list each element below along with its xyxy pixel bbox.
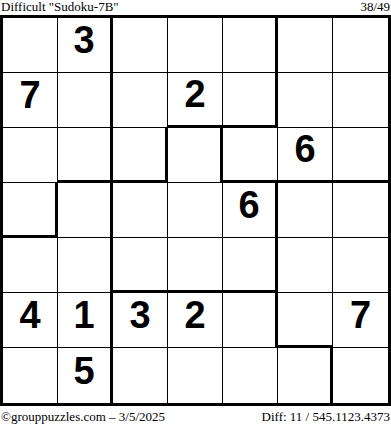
difficulty-text: Diff: 11 / 545.1123.4373 (262, 409, 390, 425)
cell-r2c4[interactable]: 2 (168, 73, 223, 128)
cell-r6c3[interactable]: 3 (113, 293, 168, 348)
cell-r2c5[interactable] (223, 73, 278, 128)
cell-r6c2[interactable]: 1 (58, 293, 113, 348)
cell-r1c5[interactable] (223, 18, 278, 73)
cell-r5c5[interactable] (223, 238, 278, 293)
cell-r5c6[interactable] (278, 238, 333, 293)
cell-r1c3[interactable] (113, 18, 168, 73)
sudoku-grid: 37266413275 (0, 15, 391, 406)
puzzle-page: Difficult "Sudoku-7B" 38/49 37266413275 … (0, 0, 391, 426)
cell-r7c2[interactable]: 5 (58, 348, 113, 403)
cell-r7c7[interactable] (333, 348, 388, 403)
cell-r7c4[interactable] (168, 348, 223, 403)
copyright-text: ©grouppuzzles.com – 3/5/2025 (1, 409, 165, 425)
cell-r5c4[interactable] (168, 238, 223, 293)
cell-r2c6[interactable] (278, 73, 333, 128)
cell-r2c7[interactable] (333, 73, 388, 128)
cell-r7c1[interactable] (3, 348, 58, 403)
cell-r7c6[interactable] (278, 348, 333, 403)
cell-r4c5[interactable]: 6 (223, 183, 278, 238)
cell-r3c6[interactable]: 6 (278, 128, 333, 183)
cell-r4c4[interactable] (168, 183, 223, 238)
cell-r1c7[interactable] (333, 18, 388, 73)
cell-r6c6[interactable] (278, 293, 333, 348)
cell-r4c3[interactable] (113, 183, 168, 238)
puzzle-title: Difficult "Sudoku-7B" (1, 0, 119, 14)
cell-r4c6[interactable] (278, 183, 333, 238)
cell-r7c5[interactable] (223, 348, 278, 403)
cell-r2c1[interactable]: 7 (3, 73, 58, 128)
cell-r6c4[interactable]: 2 (168, 293, 223, 348)
cell-r5c2[interactable] (58, 238, 113, 293)
cell-r5c7[interactable] (333, 238, 388, 293)
cell-r3c7[interactable] (333, 128, 388, 183)
cell-r5c3[interactable] (113, 238, 168, 293)
cell-r4c2[interactable] (58, 183, 113, 238)
cell-r2c2[interactable] (58, 73, 113, 128)
cell-r4c7[interactable] (333, 183, 388, 238)
cell-r6c1[interactable]: 4 (3, 293, 58, 348)
cell-r3c4[interactable] (168, 128, 223, 183)
header: Difficult "Sudoku-7B" 38/49 (0, 0, 391, 15)
cell-r4c1[interactable] (3, 183, 58, 238)
cell-r6c5[interactable] (223, 293, 278, 348)
footer: ©grouppuzzles.com – 3/5/2025 Diff: 11 / … (0, 406, 391, 426)
cell-r3c2[interactable] (58, 128, 113, 183)
cell-r1c6[interactable] (278, 18, 333, 73)
cell-r1c2[interactable]: 3 (58, 18, 113, 73)
cell-r5c1[interactable] (3, 238, 58, 293)
page-number: 38/49 (360, 0, 390, 14)
cell-r3c5[interactable] (223, 128, 278, 183)
cell-r1c4[interactable] (168, 18, 223, 73)
cell-r1c1[interactable] (3, 18, 58, 73)
cell-r2c3[interactable] (113, 73, 168, 128)
cell-r3c1[interactable] (3, 128, 58, 183)
cell-r3c3[interactable] (113, 128, 168, 183)
cell-r6c7[interactable]: 7 (333, 293, 388, 348)
cell-r7c3[interactable] (113, 348, 168, 403)
